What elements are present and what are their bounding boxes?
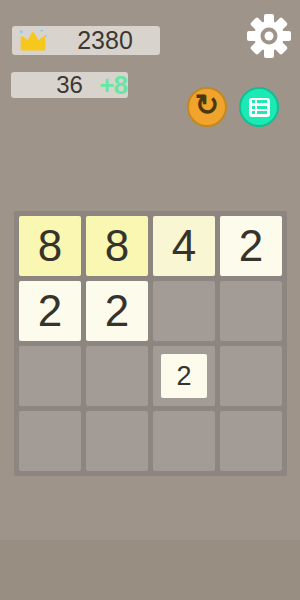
bottom-band: [0, 540, 300, 600]
board-cell: 2: [153, 346, 215, 406]
board-cell: [19, 346, 81, 406]
tile: 2: [220, 216, 282, 276]
board-cell: [19, 411, 81, 471]
board-cell: 2: [19, 281, 81, 341]
board-cell: 2: [220, 216, 282, 276]
gear-icon: [245, 46, 293, 63]
restart-button[interactable]: ↻: [187, 87, 227, 127]
board-cell: [86, 411, 148, 471]
board-cell: [220, 411, 282, 471]
board-cell: [153, 411, 215, 471]
score-gain-badge: +8: [99, 70, 127, 101]
score-display: 36 +8: [11, 72, 128, 98]
game-board[interactable]: 8 8 4 2 2 2 2: [14, 211, 287, 476]
app-screen: 2380 36 +8: [0, 0, 300, 600]
board-cell: 4: [153, 216, 215, 276]
board-cell: 8: [86, 216, 148, 276]
board-cell: [86, 346, 148, 406]
board-cell: 2: [86, 281, 148, 341]
tile: 2: [19, 281, 81, 341]
board-cell: [153, 281, 215, 341]
board-cell: 8: [19, 216, 81, 276]
tile: 2: [86, 281, 148, 341]
bullet-list-icon: [249, 98, 270, 117]
crown-icon: [16, 27, 50, 55]
tile: 8: [19, 216, 81, 276]
refresh-icon: ↻: [195, 91, 219, 120]
best-score-display: 2380: [12, 26, 160, 55]
board-cell: [220, 281, 282, 341]
tile: 8: [86, 216, 148, 276]
menu-button[interactable]: [239, 87, 279, 127]
board-cell: [220, 346, 282, 406]
best-score-value: 2380: [50, 26, 160, 55]
tile: 4: [153, 216, 215, 276]
tile: 2: [161, 354, 207, 398]
settings-button[interactable]: [245, 12, 293, 60]
